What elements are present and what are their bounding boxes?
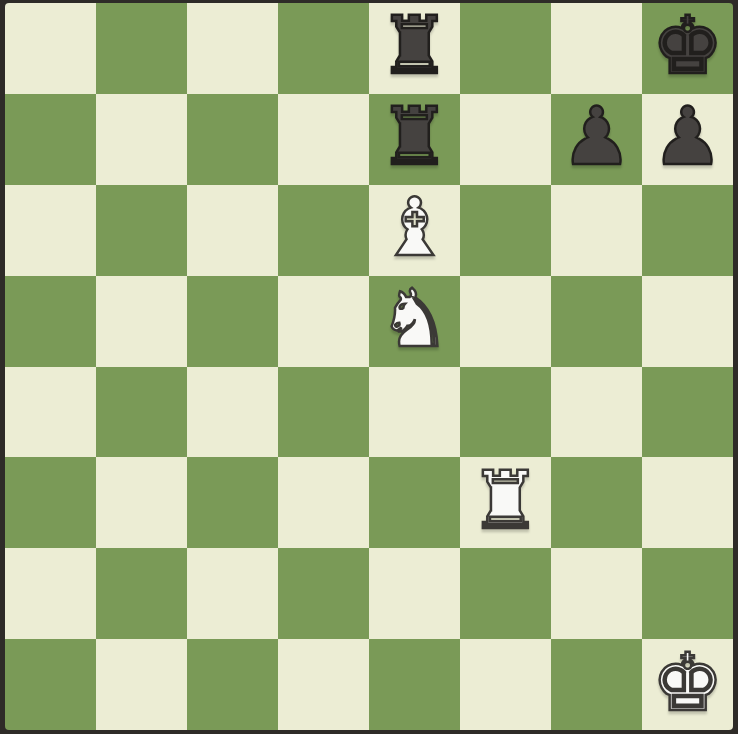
- square-e2[interactable]: [369, 548, 460, 639]
- square-c8[interactable]: [187, 3, 278, 94]
- square-g2[interactable]: [551, 548, 642, 639]
- square-c1[interactable]: [187, 639, 278, 730]
- square-a6[interactable]: [5, 185, 96, 276]
- square-h2[interactable]: [642, 548, 733, 639]
- square-e7[interactable]: ♜: [369, 94, 460, 185]
- square-g7[interactable]: ♟: [551, 94, 642, 185]
- square-h5[interactable]: [642, 276, 733, 367]
- square-a7[interactable]: [5, 94, 96, 185]
- square-c7[interactable]: [187, 94, 278, 185]
- square-f8[interactable]: [460, 3, 551, 94]
- square-g8[interactable]: [551, 3, 642, 94]
- square-d5[interactable]: [278, 276, 369, 367]
- square-e4[interactable]: [369, 367, 460, 458]
- square-d8[interactable]: [278, 3, 369, 94]
- square-h6[interactable]: [642, 185, 733, 276]
- square-f3[interactable]: ♜: [460, 457, 551, 548]
- square-g1[interactable]: [551, 639, 642, 730]
- square-c3[interactable]: [187, 457, 278, 548]
- square-b8[interactable]: [96, 3, 187, 94]
- square-b5[interactable]: [96, 276, 187, 367]
- square-e8[interactable]: ♜: [369, 3, 460, 94]
- square-h3[interactable]: [642, 457, 733, 548]
- square-b3[interactable]: [96, 457, 187, 548]
- square-b6[interactable]: [96, 185, 187, 276]
- square-a2[interactable]: [5, 548, 96, 639]
- square-b4[interactable]: [96, 367, 187, 458]
- black-rook[interactable]: ♜: [379, 97, 451, 177]
- square-a3[interactable]: [5, 457, 96, 548]
- square-d6[interactable]: [278, 185, 369, 276]
- square-h1[interactable]: ♚: [642, 639, 733, 730]
- square-g4[interactable]: [551, 367, 642, 458]
- square-d3[interactable]: [278, 457, 369, 548]
- square-f5[interactable]: [460, 276, 551, 367]
- square-e6[interactable]: ♝: [369, 185, 460, 276]
- white-knight[interactable]: ♞: [379, 279, 451, 359]
- square-f7[interactable]: [460, 94, 551, 185]
- black-pawn[interactable]: ♟: [561, 97, 633, 177]
- square-d7[interactable]: [278, 94, 369, 185]
- black-rook[interactable]: ♜: [379, 6, 451, 86]
- square-f1[interactable]: [460, 639, 551, 730]
- square-g5[interactable]: [551, 276, 642, 367]
- square-a1[interactable]: [5, 639, 96, 730]
- square-c2[interactable]: [187, 548, 278, 639]
- square-a4[interactable]: [5, 367, 96, 458]
- square-f6[interactable]: [460, 185, 551, 276]
- chess-board[interactable]: ♜♚♜♟♟♝♞♜♚: [5, 3, 733, 730]
- square-b2[interactable]: [96, 548, 187, 639]
- square-e3[interactable]: [369, 457, 460, 548]
- square-a8[interactable]: [5, 3, 96, 94]
- page-background: ♜♚♜♟♟♝♞♜♚: [0, 0, 738, 734]
- square-c5[interactable]: [187, 276, 278, 367]
- square-e1[interactable]: [369, 639, 460, 730]
- square-g6[interactable]: [551, 185, 642, 276]
- square-d1[interactable]: [278, 639, 369, 730]
- square-d2[interactable]: [278, 548, 369, 639]
- square-h8[interactable]: ♚: [642, 3, 733, 94]
- square-a5[interactable]: [5, 276, 96, 367]
- black-pawn[interactable]: ♟: [652, 97, 724, 177]
- square-f2[interactable]: [460, 548, 551, 639]
- square-b1[interactable]: [96, 639, 187, 730]
- white-king[interactable]: ♚: [652, 643, 724, 723]
- square-h4[interactable]: [642, 367, 733, 458]
- square-g3[interactable]: [551, 457, 642, 548]
- square-h7[interactable]: ♟: [642, 94, 733, 185]
- square-f4[interactable]: [460, 367, 551, 458]
- black-king[interactable]: ♚: [652, 6, 724, 86]
- white-bishop[interactable]: ♝: [379, 188, 451, 268]
- square-d4[interactable]: [278, 367, 369, 458]
- square-c6[interactable]: [187, 185, 278, 276]
- square-e5[interactable]: ♞: [369, 276, 460, 367]
- square-b7[interactable]: [96, 94, 187, 185]
- square-c4[interactable]: [187, 367, 278, 458]
- white-rook[interactable]: ♜: [470, 461, 542, 541]
